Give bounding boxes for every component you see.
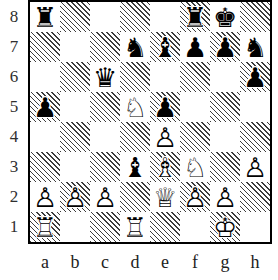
white-rook-halo: ♜ xyxy=(30,212,60,242)
white-king-g1: ♔ xyxy=(210,212,240,242)
file-label-e: e xyxy=(150,248,180,276)
white-king-halo: ♚ xyxy=(210,212,240,242)
square-b2[interactable]: ♟♙ xyxy=(60,182,90,212)
rank-label-8: 8 xyxy=(0,2,28,32)
rank-label-3: 3 xyxy=(0,152,28,182)
rank-labels: 87654321 xyxy=(0,2,28,242)
square-c3[interactable] xyxy=(90,152,120,182)
square-h3[interactable]: ♟♙ xyxy=(240,152,270,182)
black-queen-halo: ♛ xyxy=(90,62,120,92)
white-bishop-halo: ♝ xyxy=(150,152,180,182)
square-a6[interactable] xyxy=(30,62,60,92)
square-a5[interactable]: ♟♟ xyxy=(30,92,60,122)
square-c8[interactable] xyxy=(90,2,120,32)
white-pawn-g2: ♙ xyxy=(210,182,240,212)
square-b6[interactable] xyxy=(60,62,90,92)
square-d1[interactable]: ♜♖ xyxy=(120,212,150,242)
rank-label-2: 2 xyxy=(0,182,28,212)
black-pawn-h6: ♟ xyxy=(240,62,270,92)
square-h8[interactable] xyxy=(240,2,270,32)
square-b1[interactable] xyxy=(60,212,90,242)
file-label-b: b xyxy=(60,248,90,276)
square-f2[interactable]: ♟♙ xyxy=(180,182,210,212)
square-c6[interactable]: ♛♛ xyxy=(90,62,120,92)
square-d8[interactable] xyxy=(120,2,150,32)
square-b8[interactable] xyxy=(60,2,90,32)
square-b3[interactable] xyxy=(60,152,90,182)
square-g8[interactable]: ♚♚ xyxy=(210,2,240,32)
file-label-f: f xyxy=(180,248,210,276)
black-pawn-halo: ♟ xyxy=(30,92,60,122)
square-g4[interactable] xyxy=(210,122,240,152)
white-knight-halo: ♞ xyxy=(120,92,150,122)
black-pawn-g7: ♟ xyxy=(210,32,240,62)
black-pawn-e5: ♟ xyxy=(150,92,180,122)
square-a1[interactable]: ♜♖ xyxy=(30,212,60,242)
black-knight-h7: ♞ xyxy=(240,32,270,62)
square-e1[interactable] xyxy=(150,212,180,242)
square-h5[interactable] xyxy=(240,92,270,122)
square-g7[interactable]: ♟♟ xyxy=(210,32,240,62)
square-g3[interactable] xyxy=(210,152,240,182)
white-pawn-halo: ♟ xyxy=(180,182,210,212)
file-label-g: g xyxy=(210,248,240,276)
chess-board: ♜♜♜♜♚♚♞♞♝♝♟♟♟♟♞♞♛♛♟♟♟♟♞♘♟♟♟♙♝♝♝♗♞♘♟♙♟♙♟♙… xyxy=(28,0,272,244)
square-e7[interactable]: ♝♝ xyxy=(150,32,180,62)
white-knight-f3: ♘ xyxy=(180,152,210,182)
square-g5[interactable] xyxy=(210,92,240,122)
rank-label-7: 7 xyxy=(0,32,28,62)
white-pawn-halo: ♟ xyxy=(90,182,120,212)
black-rook-halo: ♜ xyxy=(180,2,210,32)
square-b7[interactable] xyxy=(60,32,90,62)
white-pawn-e4: ♙ xyxy=(150,122,180,152)
square-g2[interactable]: ♟♙ xyxy=(210,182,240,212)
square-e2[interactable]: ♛♕ xyxy=(150,182,180,212)
square-d3[interactable]: ♝♝ xyxy=(120,152,150,182)
white-pawn-halo: ♟ xyxy=(150,122,180,152)
square-g1[interactable]: ♚♔ xyxy=(210,212,240,242)
square-f8[interactable]: ♜♜ xyxy=(180,2,210,32)
white-queen-e2: ♕ xyxy=(150,182,180,212)
white-pawn-halo: ♟ xyxy=(60,182,90,212)
white-rook-halo: ♜ xyxy=(120,212,150,242)
black-king-g8: ♚ xyxy=(210,2,240,32)
square-e6[interactable] xyxy=(150,62,180,92)
black-knight-halo: ♞ xyxy=(120,32,150,62)
black-knight-halo: ♞ xyxy=(240,32,270,62)
white-pawn-h3: ♙ xyxy=(240,152,270,182)
white-rook-a1: ♖ xyxy=(30,212,60,242)
square-e3[interactable]: ♝♗ xyxy=(150,152,180,182)
square-h6[interactable]: ♟♟ xyxy=(240,62,270,92)
square-a2[interactable]: ♟♙ xyxy=(30,182,60,212)
square-b4[interactable] xyxy=(60,122,90,152)
white-pawn-b2: ♙ xyxy=(60,182,90,212)
white-pawn-halo: ♟ xyxy=(210,182,240,212)
white-bishop-e3: ♗ xyxy=(150,152,180,182)
black-pawn-halo: ♟ xyxy=(150,92,180,122)
white-pawn-halo: ♟ xyxy=(240,152,270,182)
white-pawn-halo: ♟ xyxy=(30,182,60,212)
black-bishop-e7: ♝ xyxy=(150,32,180,62)
white-queen-halo: ♛ xyxy=(150,182,180,212)
black-pawn-a5: ♟ xyxy=(30,92,60,122)
square-f3[interactable]: ♞♘ xyxy=(180,152,210,182)
rank-label-1: 1 xyxy=(0,212,28,242)
black-knight-d7: ♞ xyxy=(120,32,150,62)
black-pawn-halo: ♟ xyxy=(240,62,270,92)
square-c4[interactable] xyxy=(90,122,120,152)
square-h2[interactable] xyxy=(240,182,270,212)
white-knight-d5: ♘ xyxy=(120,92,150,122)
black-bishop-halo: ♝ xyxy=(150,32,180,62)
square-c7[interactable] xyxy=(90,32,120,62)
rank-label-6: 6 xyxy=(0,62,28,92)
white-pawn-f2: ♙ xyxy=(180,182,210,212)
white-pawn-c2: ♙ xyxy=(90,182,120,212)
square-g6[interactable] xyxy=(210,62,240,92)
black-king-halo: ♚ xyxy=(210,2,240,32)
square-f6[interactable] xyxy=(180,62,210,92)
file-label-d: d xyxy=(120,248,150,276)
file-labels: abcdefgh xyxy=(30,248,270,276)
square-e8[interactable] xyxy=(150,2,180,32)
white-knight-halo: ♞ xyxy=(180,152,210,182)
square-f4[interactable] xyxy=(180,122,210,152)
square-c2[interactable]: ♟♙ xyxy=(90,182,120,212)
file-label-c: c xyxy=(90,248,120,276)
square-h4[interactable] xyxy=(240,122,270,152)
black-queen-c6: ♛ xyxy=(90,62,120,92)
square-d2[interactable] xyxy=(120,182,150,212)
black-rook-f8: ♜ xyxy=(180,2,210,32)
square-a7[interactable] xyxy=(30,32,60,62)
square-d6[interactable] xyxy=(120,62,150,92)
black-bishop-halo: ♝ xyxy=(120,152,150,182)
white-rook-d1: ♖ xyxy=(120,212,150,242)
black-bishop-d3: ♝ xyxy=(120,152,150,182)
rank-label-5: 5 xyxy=(0,92,28,122)
square-d4[interactable] xyxy=(120,122,150,152)
square-a8[interactable]: ♜♜ xyxy=(30,2,60,32)
square-d7[interactable]: ♞♞ xyxy=(120,32,150,62)
white-pawn-a2: ♙ xyxy=(30,182,60,212)
black-pawn-halo: ♟ xyxy=(180,32,210,62)
square-h7[interactable]: ♞♞ xyxy=(240,32,270,62)
square-e4[interactable]: ♟♙ xyxy=(150,122,180,152)
square-f5[interactable] xyxy=(180,92,210,122)
square-b5[interactable] xyxy=(60,92,90,122)
black-rook-a8: ♜ xyxy=(30,2,60,32)
square-c5[interactable] xyxy=(90,92,120,122)
file-label-h: h xyxy=(240,248,270,276)
square-c1[interactable] xyxy=(90,212,120,242)
black-pawn-f7: ♟ xyxy=(180,32,210,62)
black-pawn-halo: ♟ xyxy=(210,32,240,62)
square-d5[interactable]: ♞♘ xyxy=(120,92,150,122)
square-f1[interactable] xyxy=(180,212,210,242)
chess-diagram: 87654321 ♜♜♜♜♚♚♞♞♝♝♟♟♟♟♞♞♛♛♟♟♟♟♞♘♟♟♟♙♝♝♝… xyxy=(0,0,278,280)
square-a3[interactable] xyxy=(30,152,60,182)
square-e5[interactable]: ♟♟ xyxy=(150,92,180,122)
black-rook-halo: ♜ xyxy=(30,2,60,32)
square-h1[interactable] xyxy=(240,212,270,242)
square-a4[interactable] xyxy=(30,122,60,152)
file-label-a: a xyxy=(30,248,60,276)
square-f7[interactable]: ♟♟ xyxy=(180,32,210,62)
rank-label-4: 4 xyxy=(0,122,28,152)
